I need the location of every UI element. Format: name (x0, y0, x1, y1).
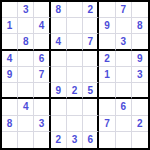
cell-r4c1[interactable]: 4 (2, 51, 18, 67)
cell-r2c6[interactable] (83, 18, 99, 34)
cell-r9c7[interactable] (99, 132, 115, 148)
cell-r6c5[interactable]: 2 (67, 83, 83, 99)
cell-r6c6[interactable]: 5 (83, 83, 99, 99)
cell-r8c5[interactable] (67, 116, 83, 132)
cell-r3c3[interactable] (34, 34, 50, 50)
cell-r9c5[interactable]: 3 (67, 132, 83, 148)
cell-r9c8[interactable] (116, 132, 132, 148)
cell-r1c8[interactable]: 7 (116, 2, 132, 18)
cell-r8c7[interactable]: 7 (99, 116, 115, 132)
cell-r7c2[interactable]: 4 (18, 99, 34, 115)
cell-r1c5[interactable] (67, 2, 83, 18)
cell-r3c9[interactable] (132, 34, 148, 50)
cell-r7c5[interactable] (67, 99, 83, 115)
cell-r7c7[interactable] (99, 99, 115, 115)
cell-r6c1[interactable] (2, 83, 18, 99)
cell-r1c9[interactable] (132, 2, 148, 18)
cell-r9c1[interactable] (2, 132, 18, 148)
cell-r5c6[interactable] (83, 67, 99, 83)
cell-r3c6[interactable]: 7 (83, 34, 99, 50)
cell-r5c2[interactable] (18, 67, 34, 83)
cell-r3c5[interactable] (67, 34, 83, 50)
cell-r6c2[interactable] (18, 83, 34, 99)
cell-r5c5[interactable] (67, 67, 83, 83)
cell-r1c6[interactable]: 2 (83, 2, 99, 18)
cell-r5c7[interactable]: 1 (99, 67, 115, 83)
cell-r2c3[interactable]: 4 (34, 18, 50, 34)
cell-r7c6[interactable] (83, 99, 99, 115)
cell-r7c8[interactable]: 6 (116, 99, 132, 115)
cell-r5c4[interactable] (51, 67, 67, 83)
cell-r5c1[interactable]: 9 (2, 67, 18, 83)
cell-r8c6[interactable] (83, 116, 99, 132)
cell-r8c9[interactable]: 2 (132, 116, 148, 132)
cell-r9c6[interactable]: 6 (83, 132, 99, 148)
cell-r2c7[interactable]: 9 (99, 18, 115, 34)
cell-r4c5[interactable] (67, 51, 83, 67)
cell-r9c2[interactable] (18, 132, 34, 148)
cell-r8c4[interactable] (51, 116, 67, 132)
cell-r9c4[interactable]: 2 (51, 132, 67, 148)
cell-r6c7[interactable] (99, 83, 115, 99)
cell-r9c3[interactable] (34, 132, 50, 148)
cell-r4c3[interactable]: 6 (34, 51, 50, 67)
cell-r5c9[interactable]: 3 (132, 67, 148, 83)
cell-r9c9[interactable] (132, 132, 148, 148)
cell-r8c1[interactable]: 8 (2, 116, 18, 132)
cell-r5c8[interactable] (116, 67, 132, 83)
cell-r4c8[interactable] (116, 51, 132, 67)
cell-r8c3[interactable]: 3 (34, 116, 50, 132)
cell-r6c4[interactable]: 9 (51, 83, 67, 99)
cell-r3c2[interactable]: 8 (18, 34, 34, 50)
cell-r4c9[interactable]: 9 (132, 51, 148, 67)
cell-r3c1[interactable] (2, 34, 18, 50)
cell-r2c9[interactable]: 8 (132, 18, 148, 34)
cell-r8c2[interactable] (18, 116, 34, 132)
cell-r8c8[interactable] (116, 116, 132, 132)
cell-r1c2[interactable]: 3 (18, 2, 34, 18)
cell-r1c1[interactable] (2, 2, 18, 18)
cell-r3c4[interactable]: 4 (51, 34, 67, 50)
cell-r6c9[interactable] (132, 83, 148, 99)
cell-r4c7[interactable]: 2 (99, 51, 115, 67)
cell-r2c8[interactable] (116, 18, 132, 34)
cell-r2c4[interactable] (51, 18, 67, 34)
cell-r6c3[interactable] (34, 83, 50, 99)
cell-r7c1[interactable] (2, 99, 18, 115)
cell-r4c2[interactable] (18, 51, 34, 67)
cell-r3c7[interactable] (99, 34, 115, 50)
cell-r7c4[interactable] (51, 99, 67, 115)
cell-r7c9[interactable] (132, 99, 148, 115)
cell-r1c7[interactable] (99, 2, 115, 18)
cell-r4c6[interactable] (83, 51, 99, 67)
cell-r1c3[interactable] (34, 2, 50, 18)
sudoku-board: 38271498847346299713925468372236 (0, 0, 150, 150)
cell-r6c8[interactable] (116, 83, 132, 99)
cell-r2c2[interactable] (18, 18, 34, 34)
cell-r1c4[interactable]: 8 (51, 2, 67, 18)
cell-r3c8[interactable]: 3 (116, 34, 132, 50)
cell-r4c4[interactable] (51, 51, 67, 67)
cell-r7c3[interactable] (34, 99, 50, 115)
cell-r2c5[interactable] (67, 18, 83, 34)
cell-r5c3[interactable]: 7 (34, 67, 50, 83)
cell-r2c1[interactable]: 1 (2, 18, 18, 34)
